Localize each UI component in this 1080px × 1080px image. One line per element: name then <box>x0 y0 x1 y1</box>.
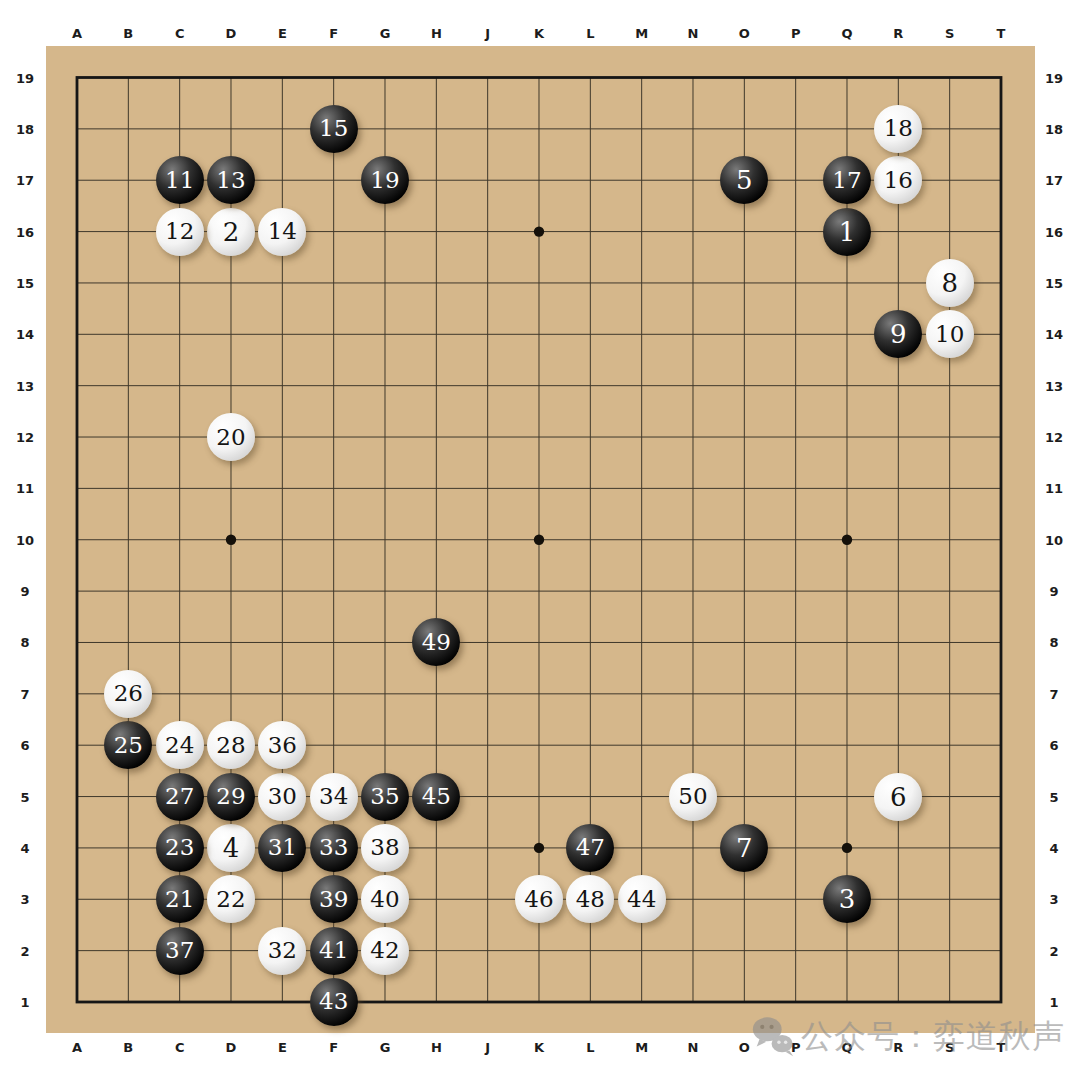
watermark: 公众号：弈道秋声 <box>750 1011 1065 1063</box>
stone-move-number: 25 <box>114 734 143 757</box>
stone-move-number: 23 <box>165 836 194 859</box>
row-label-right-13: 13 <box>1045 378 1063 393</box>
col-label-bottom-G: G <box>380 1040 391 1055</box>
stone-move-number: 34 <box>319 785 348 808</box>
stone-move-number: 18 <box>884 117 913 140</box>
row-label-right-17: 17 <box>1045 173 1063 188</box>
stone-42-white-g2: 42 <box>361 927 409 975</box>
col-label-top-R: R <box>893 26 903 41</box>
stone-move-number: 14 <box>268 220 297 243</box>
stone-move-number: 10 <box>935 323 964 346</box>
row-label-left-8: 8 <box>20 635 29 650</box>
stone-move-number: 12 <box>165 220 194 243</box>
row-label-right-4: 4 <box>1049 840 1058 855</box>
row-label-right-18: 18 <box>1045 121 1063 136</box>
stone-move-number: 8 <box>941 270 958 296</box>
stone-21-black-c3: 21 <box>156 875 204 923</box>
stone-24-white-c6: 24 <box>156 721 204 769</box>
row-label-right-3: 3 <box>1049 892 1058 907</box>
col-label-bottom-N: N <box>688 1040 699 1055</box>
stone-move-number: 33 <box>319 836 348 859</box>
stone-44-white-m3: 44 <box>618 875 666 923</box>
wechat-icon <box>750 1014 796 1060</box>
stone-move-number: 50 <box>678 785 707 808</box>
col-label-bottom-M: M <box>635 1040 648 1055</box>
col-label-top-G: G <box>380 26 391 41</box>
go-diagram-page: AABBCCDDEEFFGGHHJJKKLLMMNNOOPPQQRRSSTT19… <box>0 0 1080 1080</box>
stone-35-black-g5: 35 <box>361 773 409 821</box>
col-label-top-J: J <box>485 26 490 41</box>
stone-10-white-s14: 10 <box>926 310 974 358</box>
stone-41-black-f2: 41 <box>310 927 358 975</box>
col-label-bottom-A: A <box>72 1040 82 1055</box>
row-label-left-9: 9 <box>20 584 29 599</box>
col-label-bottom-F: F <box>329 1040 338 1055</box>
row-label-left-14: 14 <box>16 327 34 342</box>
col-label-top-A: A <box>72 26 82 41</box>
row-label-left-17: 17 <box>16 173 34 188</box>
col-label-top-M: M <box>635 26 648 41</box>
row-label-left-12: 12 <box>16 430 34 445</box>
row-label-left-18: 18 <box>16 121 34 136</box>
stone-31-black-e4: 31 <box>258 824 306 872</box>
stone-move-number: 17 <box>832 169 861 192</box>
row-label-right-6: 6 <box>1049 738 1058 753</box>
col-label-top-C: C <box>175 26 185 41</box>
stone-47-black-l4: 47 <box>566 824 614 872</box>
stone-move-number: 16 <box>884 169 913 192</box>
stone-move-number: 19 <box>370 169 399 192</box>
stone-27-black-c5: 27 <box>156 773 204 821</box>
stone-move-number: 49 <box>422 631 451 654</box>
stone-move-number: 47 <box>576 836 605 859</box>
row-label-left-3: 3 <box>20 892 29 907</box>
stone-6-white-r5: 6 <box>874 773 922 821</box>
row-label-right-16: 16 <box>1045 224 1063 239</box>
col-label-bottom-D: D <box>226 1040 237 1055</box>
stone-28-white-d6: 28 <box>207 721 255 769</box>
col-label-bottom-O: O <box>739 1040 750 1055</box>
stone-22-white-d3: 22 <box>207 875 255 923</box>
stone-move-number: 42 <box>370 939 399 962</box>
col-label-bottom-C: C <box>175 1040 185 1055</box>
row-label-left-4: 4 <box>20 840 29 855</box>
stone-38-white-g4: 38 <box>361 824 409 872</box>
row-label-right-19: 19 <box>1045 70 1063 85</box>
row-label-right-15: 15 <box>1045 275 1063 290</box>
stone-move-number: 41 <box>319 939 348 962</box>
stone-move-number: 13 <box>216 169 245 192</box>
stone-move-number: 3 <box>839 886 856 912</box>
stone-7-black-o4: 7 <box>720 824 768 872</box>
col-label-bottom-E: E <box>278 1040 287 1055</box>
stone-move-number: 7 <box>736 835 753 861</box>
stone-move-number: 36 <box>268 734 297 757</box>
stone-move-number: 26 <box>114 682 143 705</box>
stone-14-white-e16: 14 <box>258 208 306 256</box>
stone-11-black-c17: 11 <box>156 156 204 204</box>
row-label-right-8: 8 <box>1049 635 1058 650</box>
stone-8-white-s15: 8 <box>926 259 974 307</box>
stone-move-number: 46 <box>524 888 553 911</box>
stone-move-number: 9 <box>890 321 907 347</box>
stone-move-number: 29 <box>216 785 245 808</box>
row-label-left-19: 19 <box>16 70 34 85</box>
stone-50-white-n5: 50 <box>669 773 717 821</box>
stone-move-number: 35 <box>370 785 399 808</box>
row-label-right-11: 11 <box>1045 481 1063 496</box>
stone-move-number: 30 <box>268 785 297 808</box>
col-label-top-Q: Q <box>841 26 852 41</box>
row-label-left-11: 11 <box>16 481 34 496</box>
stone-26-white-b7: 26 <box>104 670 152 718</box>
stone-17-black-q17: 17 <box>823 156 871 204</box>
stone-move-number: 21 <box>165 888 194 911</box>
stone-move-number: 43 <box>319 990 348 1013</box>
row-label-right-2: 2 <box>1049 943 1058 958</box>
stone-40-white-g3: 40 <box>361 875 409 923</box>
col-label-top-O: O <box>739 26 750 41</box>
row-label-left-1: 1 <box>20 994 29 1009</box>
row-label-left-15: 15 <box>16 275 34 290</box>
stone-move-number: 15 <box>319 117 348 140</box>
stone-move-number: 38 <box>370 836 399 859</box>
col-label-top-P: P <box>791 26 801 41</box>
stone-23-black-c4: 23 <box>156 824 204 872</box>
row-label-left-2: 2 <box>20 943 29 958</box>
stone-move-number: 37 <box>165 939 194 962</box>
col-label-bottom-L: L <box>586 1040 594 1055</box>
stone-19-black-g17: 19 <box>361 156 409 204</box>
row-label-right-14: 14 <box>1045 327 1063 342</box>
stone-move-number: 20 <box>216 426 245 449</box>
stone-move-number: 32 <box>268 939 297 962</box>
row-label-left-7: 7 <box>20 686 29 701</box>
row-label-left-5: 5 <box>20 789 29 804</box>
col-label-bottom-B: B <box>123 1040 133 1055</box>
row-label-right-7: 7 <box>1049 686 1058 701</box>
row-label-left-10: 10 <box>16 532 34 547</box>
stone-45-black-h5: 45 <box>412 773 460 821</box>
stone-33-black-f4: 33 <box>310 824 358 872</box>
stone-move-number: 31 <box>268 836 297 859</box>
stone-move-number: 44 <box>627 888 656 911</box>
col-label-bottom-J: J <box>485 1040 490 1055</box>
col-label-top-H: H <box>431 26 442 41</box>
stone-move-number: 6 <box>890 784 907 810</box>
stone-46-white-k3: 46 <box>515 875 563 923</box>
row-label-right-12: 12 <box>1045 430 1063 445</box>
col-label-top-S: S <box>945 26 954 41</box>
stone-move-number: 11 <box>165 169 194 192</box>
stone-30-white-e5: 30 <box>258 773 306 821</box>
stone-4-white-d4: 4 <box>207 824 255 872</box>
col-label-top-D: D <box>226 26 237 41</box>
stone-move-number: 48 <box>576 888 605 911</box>
col-label-top-N: N <box>688 26 699 41</box>
row-label-right-10: 10 <box>1045 532 1063 547</box>
watermark-text: 公众号：弈道秋声 <box>801 1015 1065 1059</box>
col-label-top-F: F <box>329 26 338 41</box>
stone-13-black-d17: 13 <box>207 156 255 204</box>
stone-move-number: 40 <box>370 888 399 911</box>
stone-12-white-c16: 12 <box>156 208 204 256</box>
stone-39-black-f3: 39 <box>310 875 358 923</box>
col-label-bottom-K: K <box>534 1040 544 1055</box>
row-label-right-1: 1 <box>1049 994 1058 1009</box>
stone-32-white-e2: 32 <box>258 927 306 975</box>
stone-move-number: 24 <box>165 734 194 757</box>
stone-move-number: 2 <box>223 219 240 245</box>
stone-move-number: 27 <box>165 785 194 808</box>
row-label-right-9: 9 <box>1049 584 1058 599</box>
col-label-top-T: T <box>997 26 1006 41</box>
row-label-left-13: 13 <box>16 378 34 393</box>
stone-move-number: 22 <box>216 888 245 911</box>
stone-37-black-c2: 37 <box>156 927 204 975</box>
col-label-top-E: E <box>278 26 287 41</box>
stone-move-number: 1 <box>839 219 856 245</box>
stone-29-black-d5: 29 <box>207 773 255 821</box>
stone-move-number: 5 <box>736 167 753 193</box>
stone-18-white-r18: 18 <box>874 105 922 153</box>
stone-15-black-f18: 15 <box>310 105 358 153</box>
stone-1-black-q16: 1 <box>823 208 871 256</box>
stone-move-number: 39 <box>319 888 348 911</box>
col-label-top-L: L <box>586 26 594 41</box>
stone-move-number: 4 <box>223 835 240 861</box>
row-label-left-16: 16 <box>16 224 34 239</box>
col-label-top-K: K <box>534 26 544 41</box>
row-label-left-6: 6 <box>20 738 29 753</box>
stone-2-white-d16: 2 <box>207 208 255 256</box>
col-label-top-B: B <box>123 26 133 41</box>
stone-move-number: 28 <box>216 734 245 757</box>
stone-move-number: 45 <box>422 785 451 808</box>
stone-3-black-q3: 3 <box>823 875 871 923</box>
row-label-right-5: 5 <box>1049 789 1058 804</box>
stone-43-black-f1: 43 <box>310 978 358 1026</box>
col-label-bottom-H: H <box>431 1040 442 1055</box>
stone-20-white-d12: 20 <box>207 413 255 461</box>
stone-34-white-f5: 34 <box>310 773 358 821</box>
